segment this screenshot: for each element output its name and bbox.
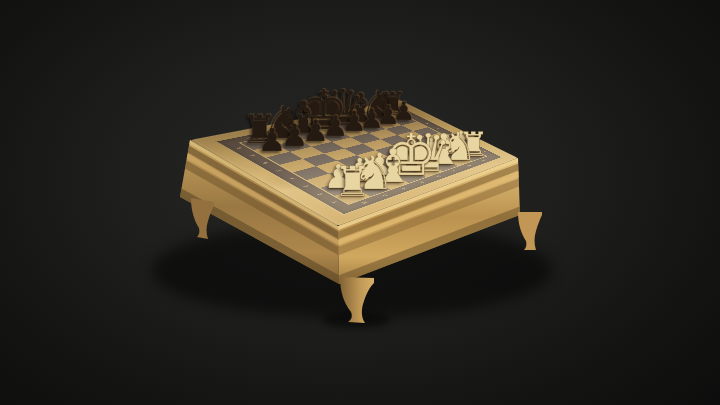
file-label-left-C: C [348,116,354,118]
box-leg-right [518,212,542,250]
model-viewport[interactable]: AABBCCDDEEFFGGHH8877665544332211 ♜♟♟♜♞♟♟… [0,0,720,405]
box-leg-left [191,198,214,239]
